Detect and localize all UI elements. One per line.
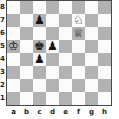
square-g8[interactable] — [85, 1, 98, 14]
board-area: 87654321 ♟♘♕♔♚♟♟ — [0, 0, 119, 106]
square-f4[interactable] — [72, 53, 85, 66]
square-g4[interactable] — [85, 53, 98, 66]
square-e1[interactable] — [59, 92, 72, 105]
square-f5[interactable] — [72, 40, 85, 53]
square-g6[interactable] — [85, 27, 98, 40]
square-b6[interactable] — [20, 27, 33, 40]
file-label-c: c — [33, 107, 46, 118]
square-e2[interactable] — [59, 79, 72, 92]
square-f2[interactable] — [72, 79, 85, 92]
square-g7[interactable] — [85, 14, 98, 27]
square-a7[interactable] — [7, 14, 20, 27]
square-b5[interactable] — [20, 40, 33, 53]
square-b3[interactable] — [20, 66, 33, 79]
square-f1[interactable] — [72, 92, 85, 105]
square-h8[interactable] — [98, 1, 111, 14]
white-king-icon: ♔ — [7, 40, 20, 53]
square-d7[interactable] — [46, 14, 59, 27]
square-c7[interactable]: ♟ — [33, 14, 46, 27]
square-g2[interactable] — [85, 79, 98, 92]
square-e5[interactable] — [59, 40, 72, 53]
square-b8[interactable] — [20, 1, 33, 14]
square-e7[interactable] — [59, 14, 72, 27]
square-e3[interactable] — [59, 66, 72, 79]
square-e4[interactable] — [59, 53, 72, 66]
square-d2[interactable] — [46, 79, 59, 92]
white-queen-icon: ♕ — [72, 27, 85, 40]
square-a2[interactable] — [7, 79, 20, 92]
black-pawn-icon: ♟ — [33, 53, 46, 66]
file-labels: abcdefgh — [7, 107, 119, 118]
black-pawn-icon: ♟ — [33, 14, 46, 27]
board: ♟♘♕♔♚♟♟ — [6, 0, 112, 106]
file-label-b: b — [20, 107, 33, 118]
file-label-a: a — [7, 107, 20, 118]
black-pawn-icon: ♟ — [46, 40, 59, 53]
file-label-g: g — [85, 107, 98, 118]
square-g1[interactable] — [85, 92, 98, 105]
square-d3[interactable] — [46, 66, 59, 79]
square-d1[interactable] — [46, 92, 59, 105]
square-d5[interactable]: ♟ — [46, 40, 59, 53]
chess-diagram: 87654321 ♟♘♕♔♚♟♟ abcdefgh — [0, 0, 119, 119]
square-h3[interactable] — [98, 66, 111, 79]
square-c4[interactable]: ♟ — [33, 53, 46, 66]
square-g3[interactable] — [85, 66, 98, 79]
square-c1[interactable] — [33, 92, 46, 105]
square-c2[interactable] — [33, 79, 46, 92]
square-h7[interactable] — [98, 14, 111, 27]
square-h2[interactable] — [98, 79, 111, 92]
square-g5[interactable] — [85, 40, 98, 53]
square-a5[interactable]: ♔ — [7, 40, 20, 53]
square-a4[interactable] — [7, 53, 20, 66]
file-label-h: h — [98, 107, 111, 118]
square-b7[interactable] — [20, 14, 33, 27]
square-e6[interactable] — [59, 27, 72, 40]
square-f6[interactable]: ♕ — [72, 27, 85, 40]
square-h6[interactable] — [98, 27, 111, 40]
square-d4[interactable] — [46, 53, 59, 66]
square-e8[interactable] — [59, 1, 72, 14]
square-b1[interactable] — [20, 92, 33, 105]
file-label-e: e — [59, 107, 72, 118]
file-label-f: f — [72, 107, 85, 118]
square-h1[interactable] — [98, 92, 111, 105]
square-d8[interactable] — [46, 1, 59, 14]
square-b4[interactable] — [20, 53, 33, 66]
square-c3[interactable] — [33, 66, 46, 79]
square-b2[interactable] — [20, 79, 33, 92]
square-a3[interactable] — [7, 66, 20, 79]
square-h4[interactable] — [98, 53, 111, 66]
square-a8[interactable] — [7, 1, 20, 14]
square-h5[interactable] — [98, 40, 111, 53]
file-label-d: d — [46, 107, 59, 118]
square-f3[interactable] — [72, 66, 85, 79]
square-a1[interactable] — [7, 92, 20, 105]
